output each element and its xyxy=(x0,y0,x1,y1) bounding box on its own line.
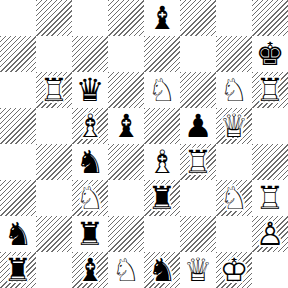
white-rook-piece[interactable]: ♖ xyxy=(252,72,288,108)
white-knight-piece[interactable]: ♘ xyxy=(108,252,144,288)
black-bishop-piece[interactable]: ♝ xyxy=(72,252,108,288)
square-e2[interactable] xyxy=(144,216,180,252)
white-queen-piece[interactable]: ♕ xyxy=(216,108,252,144)
white-bishop-piece[interactable]: ♗ xyxy=(72,108,108,144)
square-g8[interactable] xyxy=(216,0,252,36)
square-f1[interactable]: ♛♕ xyxy=(180,252,216,288)
square-b3[interactable] xyxy=(36,180,72,216)
square-b5[interactable] xyxy=(36,108,72,144)
square-h5[interactable] xyxy=(252,108,288,144)
square-d6[interactable] xyxy=(108,72,144,108)
square-h1[interactable] xyxy=(252,252,288,288)
square-h2[interactable]: ♟♙ xyxy=(252,216,288,252)
square-e7[interactable] xyxy=(144,36,180,72)
black-bishop-piece[interactable]: ♝ xyxy=(108,108,144,144)
white-queen-piece[interactable]: ♕ xyxy=(180,252,216,288)
square-h3[interactable]: ♜♖ xyxy=(252,180,288,216)
square-h7[interactable]: ♚♚ xyxy=(252,36,288,72)
black-pawn-piece[interactable]: ♟ xyxy=(180,108,216,144)
square-c4[interactable]: ♞♞ xyxy=(72,144,108,180)
black-rook-piece[interactable]: ♜ xyxy=(144,180,180,216)
square-b1[interactable] xyxy=(36,252,72,288)
square-c3[interactable]: ♞♘ xyxy=(72,180,108,216)
square-h4[interactable] xyxy=(252,144,288,180)
square-e1[interactable]: ♞♞ xyxy=(144,252,180,288)
black-rook-piece[interactable]: ♜ xyxy=(0,252,36,288)
square-c2[interactable]: ♜♜ xyxy=(72,216,108,252)
white-knight-piece[interactable]: ♘ xyxy=(144,72,180,108)
square-g1[interactable]: ♚♔ xyxy=(216,252,252,288)
square-b8[interactable] xyxy=(36,0,72,36)
square-d7[interactable] xyxy=(108,36,144,72)
white-king-piece[interactable]: ♔ xyxy=(216,252,252,288)
square-e5[interactable] xyxy=(144,108,180,144)
white-rook-piece[interactable]: ♖ xyxy=(36,72,72,108)
square-f6[interactable] xyxy=(180,72,216,108)
square-e4[interactable]: ♝♗ xyxy=(144,144,180,180)
square-h8[interactable] xyxy=(252,0,288,36)
white-knight-piece[interactable]: ♘ xyxy=(216,180,252,216)
square-f7[interactable] xyxy=(180,36,216,72)
chess-board: ♝♝♚♚♜♖♛♛♞♘♞♘♜♖♝♗♝♝♟♟♛♕♞♞♝♗♜♖♞♘♜♜♞♘♜♖♞♞♜♜… xyxy=(0,0,288,288)
square-d2[interactable] xyxy=(108,216,144,252)
square-g2[interactable] xyxy=(216,216,252,252)
square-e6[interactable]: ♞♘ xyxy=(144,72,180,108)
square-a4[interactable] xyxy=(0,144,36,180)
square-f4[interactable]: ♜♖ xyxy=(180,144,216,180)
square-f2[interactable] xyxy=(180,216,216,252)
square-d1[interactable]: ♞♘ xyxy=(108,252,144,288)
square-c1[interactable]: ♝♝ xyxy=(72,252,108,288)
square-c8[interactable] xyxy=(72,0,108,36)
square-f3[interactable] xyxy=(180,180,216,216)
square-g4[interactable] xyxy=(216,144,252,180)
square-c7[interactable] xyxy=(72,36,108,72)
square-g7[interactable] xyxy=(216,36,252,72)
square-f8[interactable] xyxy=(180,0,216,36)
black-knight-piece[interactable]: ♞ xyxy=(144,252,180,288)
square-f5[interactable]: ♟♟ xyxy=(180,108,216,144)
square-e8[interactable]: ♝♝ xyxy=(144,0,180,36)
square-a1[interactable]: ♜♜ xyxy=(0,252,36,288)
black-knight-piece[interactable]: ♞ xyxy=(72,144,108,180)
square-e3[interactable]: ♜♜ xyxy=(144,180,180,216)
square-b6[interactable]: ♜♖ xyxy=(36,72,72,108)
black-knight-piece[interactable]: ♞ xyxy=(0,216,36,252)
white-rook-piece[interactable]: ♖ xyxy=(252,180,288,216)
square-a3[interactable] xyxy=(0,180,36,216)
square-c6[interactable]: ♛♛ xyxy=(72,72,108,108)
square-a2[interactable]: ♞♞ xyxy=(0,216,36,252)
square-b2[interactable] xyxy=(36,216,72,252)
square-c5[interactable]: ♝♗ xyxy=(72,108,108,144)
square-d8[interactable] xyxy=(108,0,144,36)
black-queen-piece[interactable]: ♛ xyxy=(72,72,108,108)
square-g5[interactable]: ♛♕ xyxy=(216,108,252,144)
white-rook-piece[interactable]: ♖ xyxy=(180,144,216,180)
square-h6[interactable]: ♜♖ xyxy=(252,72,288,108)
square-d4[interactable] xyxy=(108,144,144,180)
square-a8[interactable] xyxy=(0,0,36,36)
square-d5[interactable]: ♝♝ xyxy=(108,108,144,144)
square-b7[interactable] xyxy=(36,36,72,72)
square-a7[interactable] xyxy=(0,36,36,72)
black-king-piece[interactable]: ♚ xyxy=(252,36,288,72)
square-a6[interactable] xyxy=(0,72,36,108)
square-d3[interactable] xyxy=(108,180,144,216)
square-a5[interactable] xyxy=(0,108,36,144)
black-rook-piece[interactable]: ♜ xyxy=(72,216,108,252)
white-knight-piece[interactable]: ♘ xyxy=(216,72,252,108)
square-b4[interactable] xyxy=(36,144,72,180)
white-bishop-piece[interactable]: ♗ xyxy=(144,144,180,180)
square-g6[interactable]: ♞♘ xyxy=(216,72,252,108)
white-pawn-piece[interactable]: ♙ xyxy=(252,216,288,252)
square-g3[interactable]: ♞♘ xyxy=(216,180,252,216)
black-bishop-piece[interactable]: ♝ xyxy=(144,0,180,36)
white-knight-piece[interactable]: ♘ xyxy=(72,180,108,216)
